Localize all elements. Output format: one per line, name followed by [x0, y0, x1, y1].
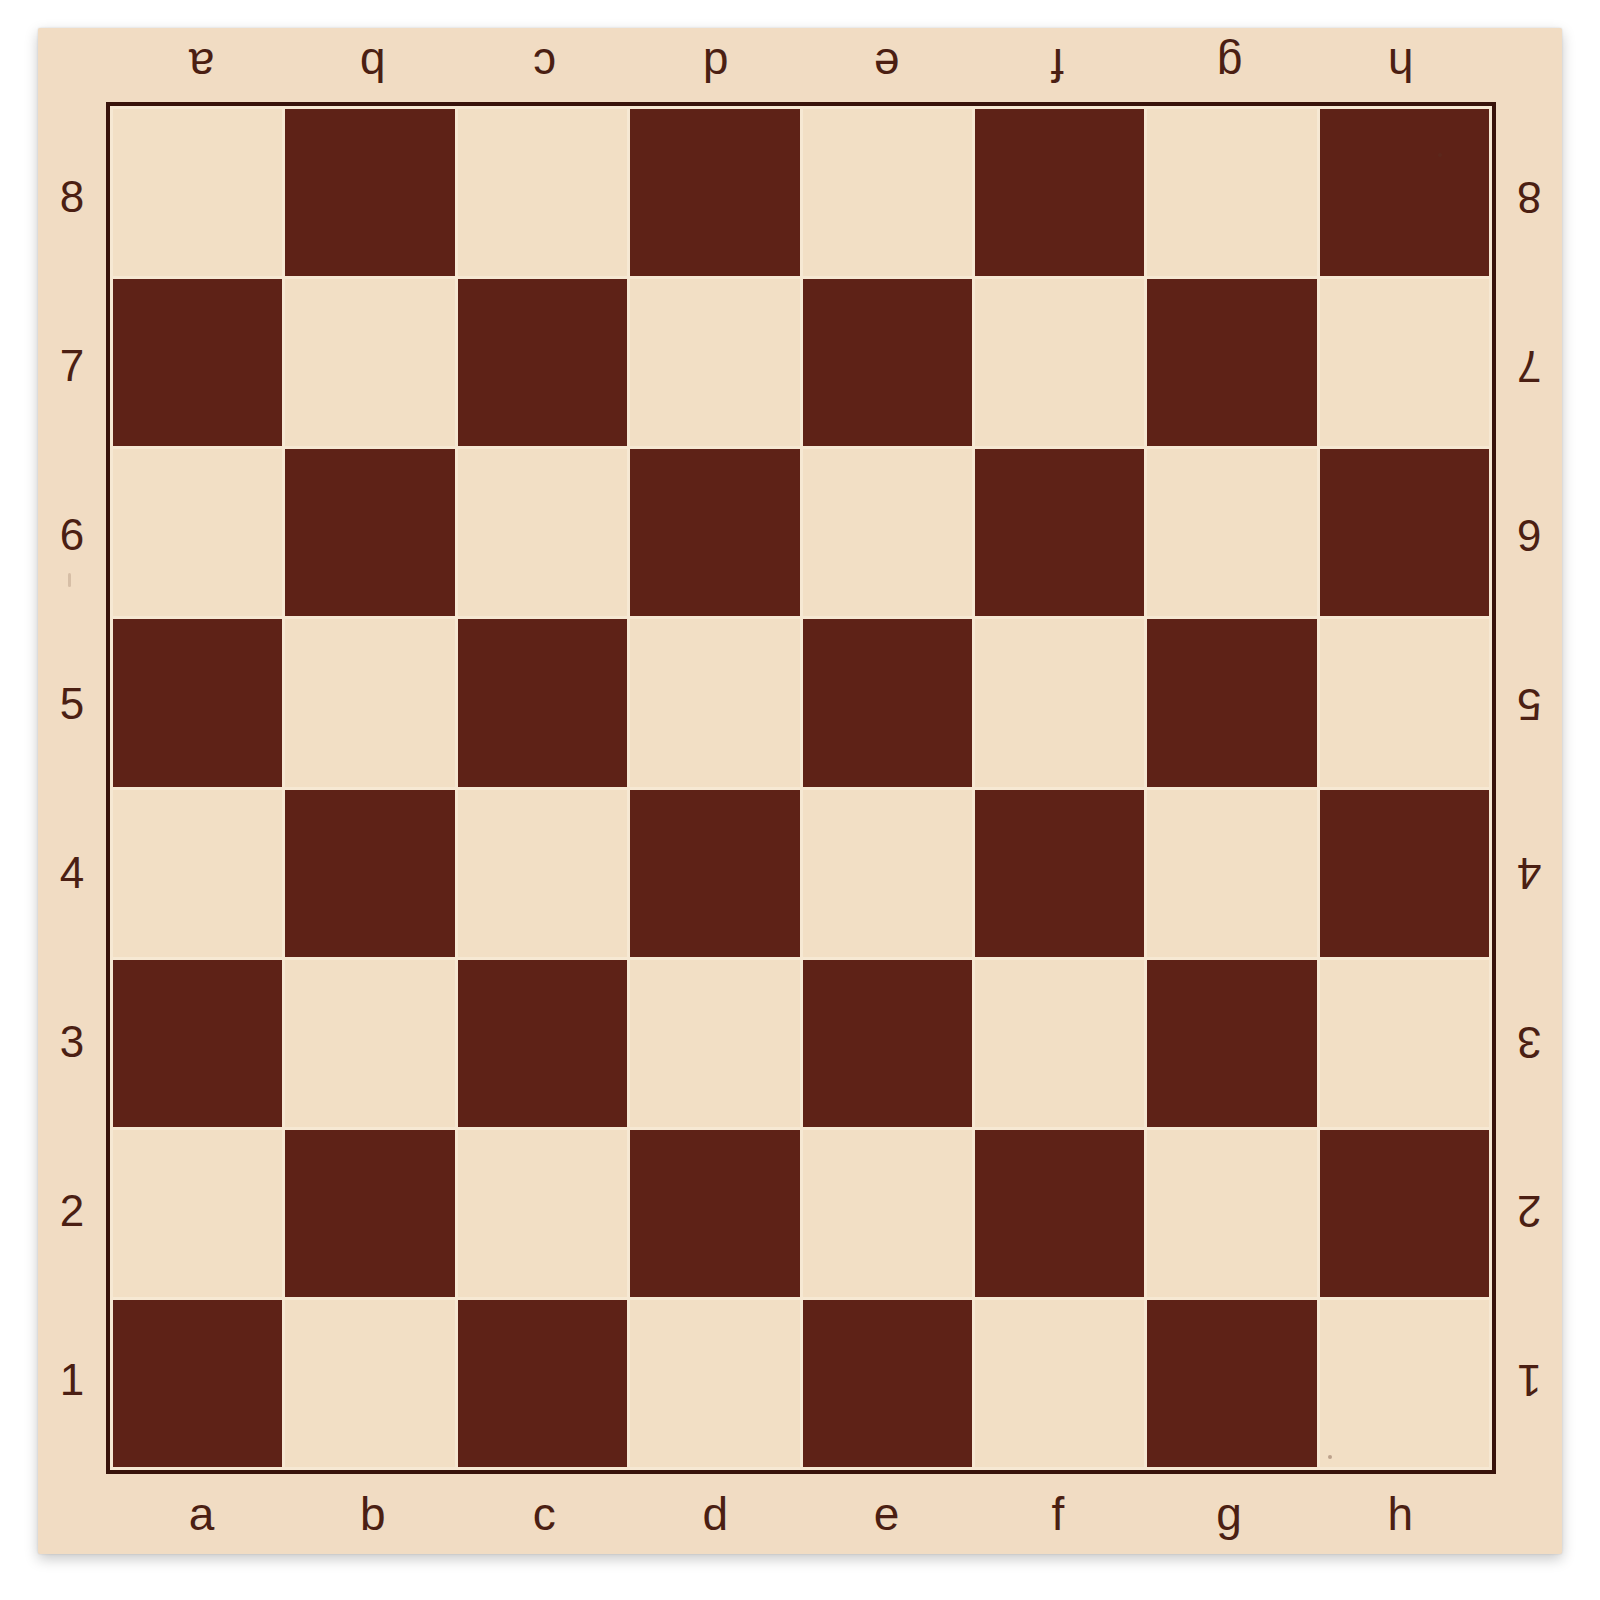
square-e2[interactable] — [803, 1130, 972, 1297]
square-c7[interactable] — [458, 279, 627, 446]
square-c1[interactable] — [458, 1300, 627, 1467]
square-h5[interactable] — [1320, 619, 1489, 786]
square-h8[interactable] — [1320, 109, 1489, 276]
file-label-a: a — [116, 1491, 287, 1537]
file-label-g: g — [1144, 1491, 1315, 1537]
file-label-a: a — [116, 42, 287, 88]
square-f4[interactable] — [975, 790, 1144, 957]
square-e5[interactable] — [803, 619, 972, 786]
square-h7[interactable] — [1320, 279, 1489, 446]
square-a2[interactable] — [113, 1130, 282, 1297]
square-a3[interactable] — [113, 960, 282, 1127]
file-label-d: d — [630, 1491, 801, 1537]
dust-speck — [1328, 1455, 1332, 1459]
square-f6[interactable] — [975, 449, 1144, 616]
square-e4[interactable] — [803, 790, 972, 957]
rank-label-2: 2 — [60, 1189, 84, 1233]
square-d7[interactable] — [630, 279, 799, 446]
rank-label-8: 8 — [60, 175, 84, 219]
square-e3[interactable] — [803, 960, 972, 1127]
square-a1[interactable] — [113, 1300, 282, 1467]
rank-labels-right: 87654321 — [1496, 102, 1562, 1474]
rank-label-1: 1 — [1517, 1358, 1541, 1402]
square-c3[interactable] — [458, 960, 627, 1127]
square-b1[interactable] — [285, 1300, 454, 1467]
square-f3[interactable] — [975, 960, 1144, 1127]
file-labels-top: abcdefgh — [106, 28, 1496, 102]
square-d6[interactable] — [630, 449, 799, 616]
square-a8[interactable] — [113, 109, 282, 276]
file-label-b: b — [287, 42, 458, 88]
file-label-h: h — [1315, 1491, 1486, 1537]
dust-speck — [1438, 153, 1442, 157]
rank-label-7: 7 — [1517, 344, 1541, 388]
square-d3[interactable] — [630, 960, 799, 1127]
square-c8[interactable] — [458, 109, 627, 276]
rank-label-5: 5 — [60, 682, 84, 726]
square-d1[interactable] — [630, 1300, 799, 1467]
square-g4[interactable] — [1147, 790, 1316, 957]
file-label-h: h — [1315, 42, 1486, 88]
square-d8[interactable] — [630, 109, 799, 276]
rank-label-1: 1 — [60, 1358, 84, 1402]
square-b4[interactable] — [285, 790, 454, 957]
square-b3[interactable] — [285, 960, 454, 1127]
rank-label-3: 3 — [1517, 1020, 1541, 1064]
square-f5[interactable] — [975, 619, 1144, 786]
mat-edge-mark — [68, 573, 71, 587]
file-label-c: c — [459, 1491, 630, 1537]
square-d5[interactable] — [630, 619, 799, 786]
square-b8[interactable] — [285, 109, 454, 276]
square-b2[interactable] — [285, 1130, 454, 1297]
square-e7[interactable] — [803, 279, 972, 446]
square-g5[interactable] — [1147, 619, 1316, 786]
file-label-c: c — [459, 42, 630, 88]
square-f2[interactable] — [975, 1130, 1144, 1297]
square-g2[interactable] — [1147, 1130, 1316, 1297]
rank-label-6: 6 — [60, 513, 84, 557]
square-a7[interactable] — [113, 279, 282, 446]
square-d2[interactable] — [630, 1130, 799, 1297]
file-label-f: f — [972, 1491, 1143, 1537]
page: abcdefgh 87654321 87654321 abcdefgh — [0, 0, 1600, 1600]
rank-label-4: 4 — [60, 851, 84, 895]
square-g7[interactable] — [1147, 279, 1316, 446]
square-b7[interactable] — [285, 279, 454, 446]
square-e8[interactable] — [803, 109, 972, 276]
square-f8[interactable] — [975, 109, 1144, 276]
rank-label-3: 3 — [60, 1020, 84, 1064]
file-label-b: b — [287, 1491, 458, 1537]
square-g6[interactable] — [1147, 449, 1316, 616]
rank-label-7: 7 — [60, 344, 84, 388]
square-e6[interactable] — [803, 449, 972, 616]
rank-label-5: 5 — [1517, 682, 1541, 726]
square-c2[interactable] — [458, 1130, 627, 1297]
file-label-g: g — [1144, 42, 1315, 88]
board — [106, 102, 1496, 1474]
square-h3[interactable] — [1320, 960, 1489, 1127]
square-g3[interactable] — [1147, 960, 1316, 1127]
square-f1[interactable] — [975, 1300, 1144, 1467]
file-label-e: e — [801, 1491, 972, 1537]
square-h2[interactable] — [1320, 1130, 1489, 1297]
square-c6[interactable] — [458, 449, 627, 616]
square-a5[interactable] — [113, 619, 282, 786]
square-e1[interactable] — [803, 1300, 972, 1467]
square-a4[interactable] — [113, 790, 282, 957]
rank-label-4: 4 — [1517, 851, 1541, 895]
rank-label-8: 8 — [1517, 175, 1541, 219]
square-b6[interactable] — [285, 449, 454, 616]
square-h4[interactable] — [1320, 790, 1489, 957]
square-a6[interactable] — [113, 449, 282, 616]
square-c4[interactable] — [458, 790, 627, 957]
square-g8[interactable] — [1147, 109, 1316, 276]
file-label-d: d — [630, 42, 801, 88]
chessboard-mat: abcdefgh 87654321 87654321 abcdefgh — [38, 28, 1562, 1554]
square-h6[interactable] — [1320, 449, 1489, 616]
file-labels-bottom: abcdefgh — [106, 1474, 1496, 1554]
square-b5[interactable] — [285, 619, 454, 786]
square-d4[interactable] — [630, 790, 799, 957]
square-g1[interactable] — [1147, 1300, 1316, 1467]
rank-label-2: 2 — [1517, 1189, 1541, 1233]
file-label-f: f — [972, 42, 1143, 88]
file-label-e: e — [801, 42, 972, 88]
rank-labels-left: 87654321 — [38, 102, 106, 1474]
rank-label-6: 6 — [1517, 513, 1541, 557]
square-h1[interactable] — [1320, 1300, 1489, 1467]
square-f7[interactable] — [975, 279, 1144, 446]
square-c5[interactable] — [458, 619, 627, 786]
